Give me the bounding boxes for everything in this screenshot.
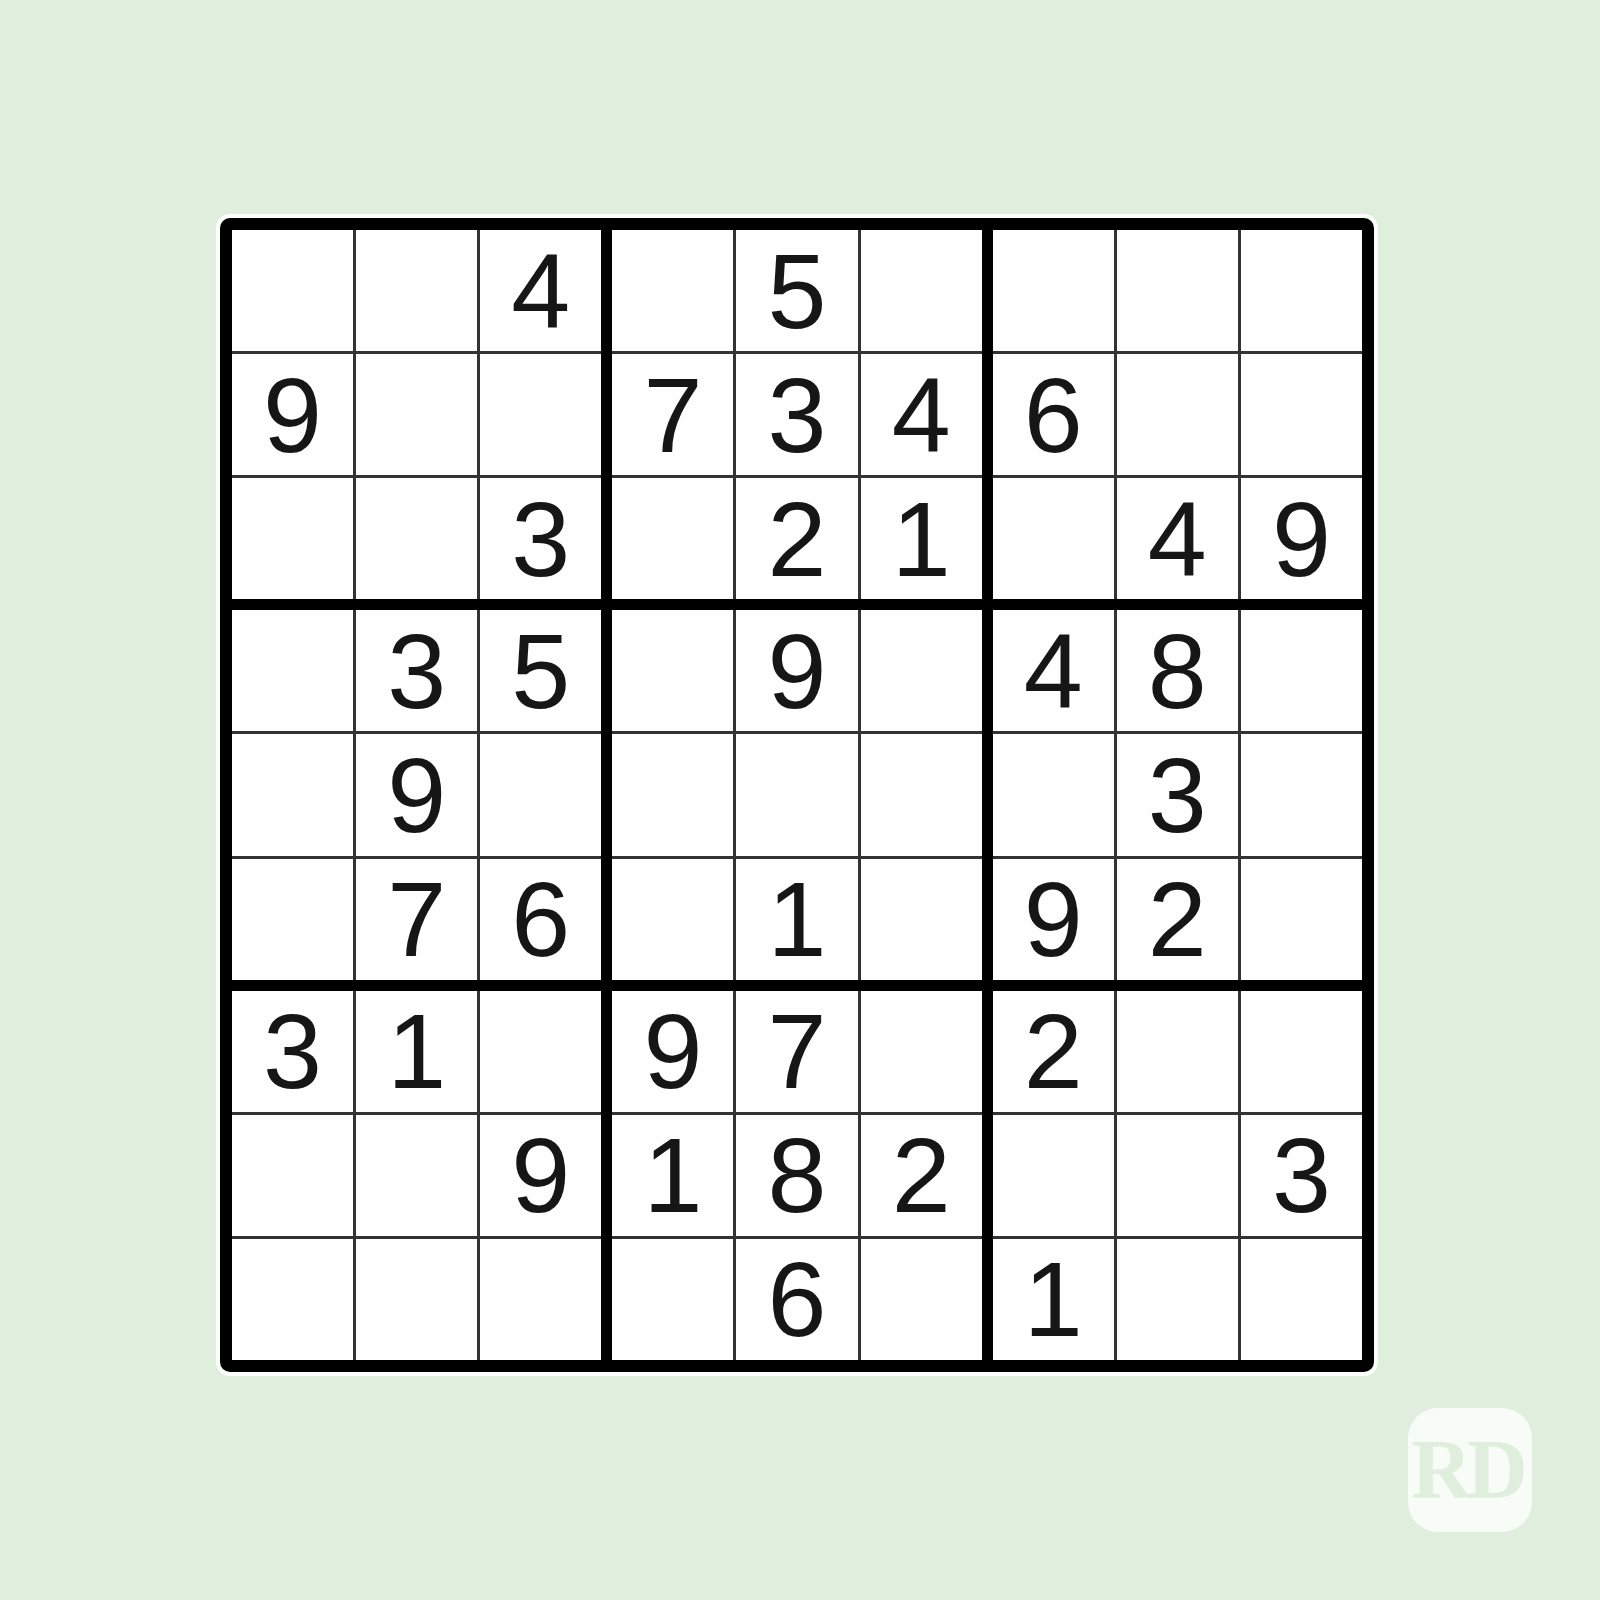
cell-r3c5[interactable]: 2 (736, 478, 857, 599)
cell-r1c9[interactable] (1241, 230, 1362, 351)
cell-r6c6[interactable] (861, 859, 982, 980)
cell-r3c1[interactable] (232, 478, 353, 599)
cell-r1c2[interactable] (356, 230, 477, 351)
cell-r1c6[interactable] (861, 230, 982, 351)
cell-r9c4[interactable] (612, 1239, 733, 1360)
cell-r6c7[interactable]: 9 (993, 859, 1114, 980)
box-4: 35976 (232, 610, 601, 979)
box-6: 48392 (993, 610, 1362, 979)
cell-r4c1[interactable] (232, 610, 353, 731)
cell-r8c2[interactable] (356, 1115, 477, 1236)
cell-r8c1[interactable] (232, 1115, 353, 1236)
cell-r4c5[interactable]: 9 (736, 610, 857, 731)
cell-r2c7[interactable]: 6 (993, 354, 1114, 475)
cell-r9c5[interactable]: 6 (736, 1239, 857, 1360)
cell-r7c4[interactable]: 9 (612, 991, 733, 1112)
cell-r5c2[interactable]: 9 (356, 734, 477, 855)
cell-r3c9[interactable]: 9 (1241, 478, 1362, 599)
cell-r3c4[interactable] (612, 478, 733, 599)
cell-r1c4[interactable] (612, 230, 733, 351)
cell-r2c4[interactable]: 7 (612, 354, 733, 475)
cell-r5c3[interactable] (480, 734, 601, 855)
cell-r3c3[interactable]: 3 (480, 478, 601, 599)
cell-r5c5[interactable] (736, 734, 857, 855)
cell-r3c2[interactable] (356, 478, 477, 599)
cell-r1c7[interactable] (993, 230, 1114, 351)
cell-r1c3[interactable]: 4 (480, 230, 601, 351)
cell-r4c7[interactable]: 4 (993, 610, 1114, 731)
cell-r9c3[interactable] (480, 1239, 601, 1360)
cell-r7c9[interactable] (1241, 991, 1362, 1112)
cell-r3c7[interactable] (993, 478, 1114, 599)
cell-r4c9[interactable] (1241, 610, 1362, 731)
rd-logo: RD (1408, 1408, 1532, 1532)
cell-r2c9[interactable] (1241, 354, 1362, 475)
cell-r8c3[interactable]: 9 (480, 1115, 601, 1236)
cell-r2c3[interactable] (480, 354, 601, 475)
cell-r2c8[interactable] (1117, 354, 1238, 475)
cell-r5c9[interactable] (1241, 734, 1362, 855)
cell-r5c4[interactable] (612, 734, 733, 855)
cell-r9c6[interactable] (861, 1239, 982, 1360)
cell-r4c4[interactable] (612, 610, 733, 731)
box-8: 971826 (612, 991, 981, 1360)
cell-r6c1[interactable] (232, 859, 353, 980)
cell-r9c2[interactable] (356, 1239, 477, 1360)
cell-r7c5[interactable]: 7 (736, 991, 857, 1112)
cell-r4c3[interactable]: 5 (480, 610, 601, 731)
cell-r1c5[interactable]: 5 (736, 230, 857, 351)
cell-r7c2[interactable]: 1 (356, 991, 477, 1112)
cell-r2c1[interactable]: 9 (232, 354, 353, 475)
cell-r9c9[interactable] (1241, 1239, 1362, 1360)
box-9: 231 (993, 991, 1362, 1360)
cell-r9c8[interactable] (1117, 1239, 1238, 1360)
page-background: 493573421649359769148392319971826231 RD (0, 0, 1600, 1600)
cell-r5c8[interactable]: 3 (1117, 734, 1238, 855)
cell-r8c5[interactable]: 8 (736, 1115, 857, 1236)
cell-r3c6[interactable]: 1 (861, 478, 982, 599)
box-3: 649 (993, 230, 1362, 599)
cell-r6c8[interactable]: 2 (1117, 859, 1238, 980)
cell-r7c6[interactable] (861, 991, 982, 1112)
cell-r5c7[interactable] (993, 734, 1114, 855)
cell-r8c7[interactable] (993, 1115, 1114, 1236)
cell-r1c8[interactable] (1117, 230, 1238, 351)
cell-r6c5[interactable]: 1 (736, 859, 857, 980)
cell-r5c6[interactable] (861, 734, 982, 855)
box-5: 91 (612, 610, 981, 979)
cell-r7c8[interactable] (1117, 991, 1238, 1112)
cell-r7c7[interactable]: 2 (993, 991, 1114, 1112)
cell-r4c6[interactable] (861, 610, 982, 731)
cell-r2c2[interactable] (356, 354, 477, 475)
cell-r6c2[interactable]: 7 (356, 859, 477, 980)
cell-r8c9[interactable]: 3 (1241, 1115, 1362, 1236)
cell-r7c1[interactable]: 3 (232, 991, 353, 1112)
cell-r4c8[interactable]: 8 (1117, 610, 1238, 731)
sudoku-board: 493573421649359769148392319971826231 (220, 218, 1374, 1372)
cell-r1c1[interactable] (232, 230, 353, 351)
box-1: 493 (232, 230, 601, 599)
cell-r2c6[interactable]: 4 (861, 354, 982, 475)
cell-r6c3[interactable]: 6 (480, 859, 601, 980)
cell-r2c5[interactable]: 3 (736, 354, 857, 475)
cell-r9c7[interactable]: 1 (993, 1239, 1114, 1360)
cell-r8c8[interactable] (1117, 1115, 1238, 1236)
cell-r8c4[interactable]: 1 (612, 1115, 733, 1236)
box-2: 573421 (612, 230, 981, 599)
cell-r7c3[interactable] (480, 991, 601, 1112)
cell-r6c4[interactable] (612, 859, 733, 980)
cell-r5c1[interactable] (232, 734, 353, 855)
cell-r8c6[interactable]: 2 (861, 1115, 982, 1236)
box-7: 319 (232, 991, 601, 1360)
rd-logo-text: RD (1411, 1428, 1522, 1512)
cell-r4c2[interactable]: 3 (356, 610, 477, 731)
cell-r3c8[interactable]: 4 (1117, 478, 1238, 599)
cell-r9c1[interactable] (232, 1239, 353, 1360)
cell-r6c9[interactable] (1241, 859, 1362, 980)
